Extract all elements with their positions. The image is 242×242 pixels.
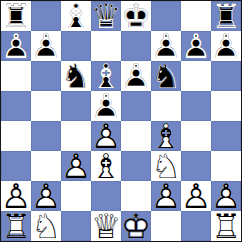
square-d8[interactable]: ♛♕ [91,1,121,31]
piece-white-pawn[interactable]: ♟♙ [151,181,181,211]
square-g7[interactable]: ♟♙ [181,31,211,61]
chess-board: ♜♖♝♗♛♕♚♔♜♖♟♙♟♙♟♙♟♙♟♙♞♘♝♗♟♙♞♘♟♙♟♙♝♗♟♙♝♗♞♘… [0,0,242,242]
square-b6[interactable] [31,61,61,91]
square-b4[interactable] [31,121,61,151]
square-d1[interactable]: ♛♕ [91,211,121,241]
square-c3[interactable]: ♟♙ [61,151,91,181]
square-g2[interactable]: ♟♙ [181,181,211,211]
square-h4[interactable] [211,121,241,151]
square-b7[interactable]: ♟♙ [31,31,61,61]
piece-white-rook[interactable]: ♜♖ [211,211,241,241]
square-e5[interactable] [121,91,151,121]
piece-black-king[interactable]: ♚♔ [121,1,151,31]
piece-white-queen[interactable]: ♛♕ [91,211,121,241]
square-c5[interactable] [61,91,91,121]
square-c2[interactable] [61,181,91,211]
piece-black-knight[interactable]: ♞♘ [151,61,181,91]
square-h6[interactable] [211,61,241,91]
piece-white-knight[interactable]: ♞♘ [31,211,61,241]
piece-black-pawn[interactable]: ♟♙ [31,31,61,61]
square-b5[interactable] [31,91,61,121]
square-g5[interactable] [181,91,211,121]
square-g4[interactable] [181,121,211,151]
square-b1[interactable]: ♞♘ [31,211,61,241]
square-h1[interactable]: ♜♖ [211,211,241,241]
square-f1[interactable] [151,211,181,241]
square-g6[interactable] [181,61,211,91]
square-a4[interactable] [1,121,31,151]
square-f6[interactable]: ♞♘ [151,61,181,91]
piece-black-knight[interactable]: ♞♘ [61,61,91,91]
square-e8[interactable]: ♚♔ [121,1,151,31]
square-a1[interactable]: ♜♖ [1,211,31,241]
piece-black-pawn[interactable]: ♟♙ [121,61,151,91]
square-g1[interactable] [181,211,211,241]
piece-white-pawn[interactable]: ♟♙ [61,151,91,181]
piece-white-king[interactable]: ♚♔ [121,211,151,241]
piece-black-bishop[interactable]: ♝♗ [61,1,91,31]
piece-black-pawn[interactable]: ♟♙ [211,31,241,61]
piece-black-pawn[interactable]: ♟♙ [181,31,211,61]
piece-black-queen[interactable]: ♛♕ [91,1,121,31]
square-a6[interactable] [1,61,31,91]
square-c8[interactable]: ♝♗ [61,1,91,31]
square-h7[interactable]: ♟♙ [211,31,241,61]
square-a5[interactable] [1,91,31,121]
piece-white-bishop[interactable]: ♝♗ [91,151,121,181]
square-d3[interactable]: ♝♗ [91,151,121,181]
square-e3[interactable] [121,151,151,181]
piece-white-pawn[interactable]: ♟♙ [181,181,211,211]
square-f2[interactable]: ♟♙ [151,181,181,211]
square-h5[interactable] [211,91,241,121]
square-e6[interactable]: ♟♙ [121,61,151,91]
square-e1[interactable]: ♚♔ [121,211,151,241]
piece-black-pawn[interactable]: ♟♙ [1,31,31,61]
square-a7[interactable]: ♟♙ [1,31,31,61]
square-c1[interactable] [61,211,91,241]
square-c6[interactable]: ♞♘ [61,61,91,91]
square-e4[interactable] [121,121,151,151]
piece-white-rook[interactable]: ♜♖ [1,211,31,241]
